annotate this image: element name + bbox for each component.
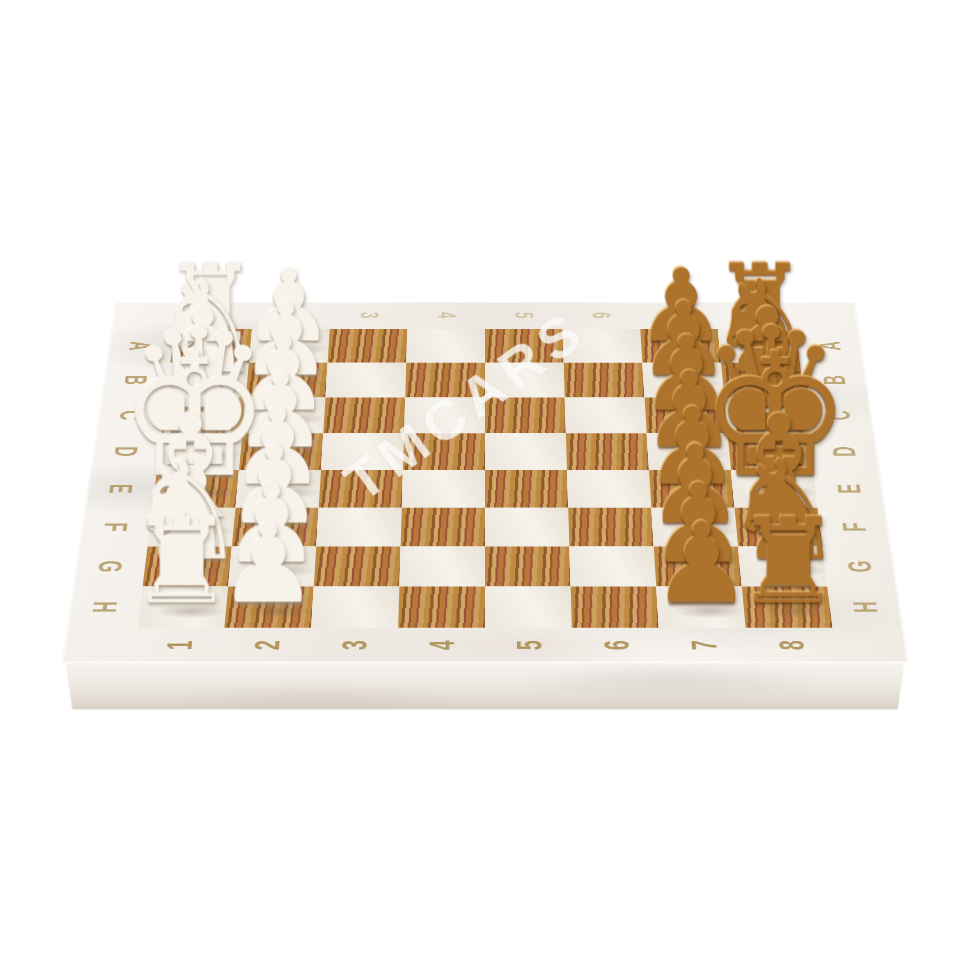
rank-label-near-7: 7 [685, 640, 722, 650]
square-g4 [399, 547, 485, 587]
square-g5 [485, 547, 571, 587]
product-photo: AABBCCDDEEFFGGHH1122334455667788♜♞♝♛♚♝♞♜… [0, 0, 970, 970]
rank-label-near-1: 1 [160, 640, 197, 650]
rank-label-near-6: 6 [598, 640, 635, 650]
square-f6 [568, 508, 654, 547]
square-d5 [485, 433, 567, 470]
square-b3 [325, 363, 406, 398]
file-label-right-g: G [843, 561, 877, 573]
file-label-right-h: H [849, 601, 883, 612]
rank-label-far-4: 4 [433, 312, 459, 318]
square-h3 [311, 587, 399, 628]
scene: AABBCCDDEEFFGGHH1122334455667788♜♞♝♛♚♝♞♜… [0, 0, 970, 970]
square-f5 [485, 508, 569, 547]
rank-label-far-6: 6 [588, 312, 615, 318]
square-c6 [565, 398, 647, 434]
square-g6 [569, 547, 656, 587]
square-e5 [485, 470, 568, 508]
square-g3 [314, 547, 401, 587]
square-h5 [485, 587, 572, 628]
square-h6 [571, 587, 659, 628]
square-d6 [566, 433, 649, 470]
square-f3 [316, 508, 402, 547]
square-f4 [401, 508, 485, 547]
rank-label-near-5: 5 [511, 640, 547, 650]
rank-label-near-4: 4 [423, 640, 459, 650]
piece-brown-pawn: ♟ [652, 509, 751, 620]
piece-white-rook: ♜ [129, 502, 235, 620]
square-h4 [398, 587, 485, 628]
square-e6 [567, 470, 651, 508]
file-label-left-h: H [87, 601, 121, 612]
rank-label-near-8: 8 [772, 640, 809, 650]
file-label-left-g: G [93, 561, 127, 573]
rank-label-near-3: 3 [335, 640, 372, 650]
square-b6 [564, 363, 645, 398]
board-front-edge [61, 662, 908, 709]
rank-label-near-2: 2 [248, 640, 285, 650]
square-a3 [328, 329, 408, 363]
rank-label-far-3: 3 [356, 312, 383, 318]
